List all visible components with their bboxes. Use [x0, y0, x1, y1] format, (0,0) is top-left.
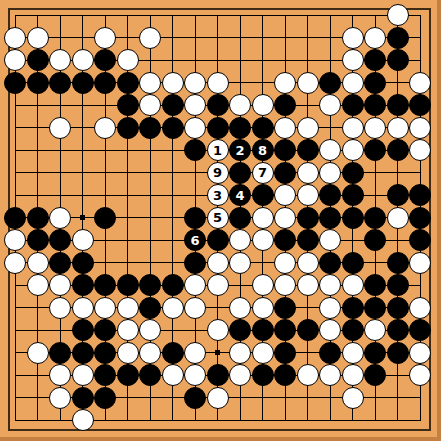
intersection[interactable]: [206, 26, 229, 49]
stone-white[interactable]: [297, 274, 319, 296]
stone-black[interactable]: [274, 364, 296, 386]
intersection[interactable]: [26, 409, 49, 432]
intersection[interactable]: [4, 319, 27, 342]
stone-black[interactable]: [364, 207, 386, 229]
intersection[interactable]: [296, 364, 319, 387]
intersection[interactable]: [319, 161, 342, 184]
intersection[interactable]: [49, 319, 72, 342]
stone-white[interactable]: [342, 364, 364, 386]
stone-black[interactable]: [274, 342, 296, 364]
intersection[interactable]: [364, 184, 387, 207]
intersection[interactable]: [161, 409, 184, 432]
intersection[interactable]: [139, 341, 162, 364]
intersection[interactable]: [26, 364, 49, 387]
stone-black[interactable]: [409, 229, 431, 251]
intersection[interactable]: [4, 229, 27, 252]
stone-white[interactable]: [319, 274, 341, 296]
intersection[interactable]: [296, 341, 319, 364]
intersection[interactable]: [139, 229, 162, 252]
intersection[interactable]: [251, 274, 274, 297]
stone-black[interactable]: [252, 184, 274, 206]
intersection[interactable]: [4, 4, 27, 27]
stone-black[interactable]: [387, 297, 409, 319]
intersection[interactable]: [94, 116, 117, 139]
stone-white[interactable]: [342, 342, 364, 364]
stone-white[interactable]: [139, 342, 161, 364]
intersection[interactable]: [94, 409, 117, 432]
move-2-stone-black[interactable]: 2: [229, 139, 251, 161]
intersection[interactable]: [341, 296, 364, 319]
intersection[interactable]: [161, 4, 184, 27]
intersection[interactable]: [49, 71, 72, 94]
intersection[interactable]: [206, 251, 229, 274]
stone-black[interactable]: [387, 342, 409, 364]
move-3-stone-white[interactable]: 3: [207, 184, 229, 206]
stone-white[interactable]: [409, 117, 431, 139]
intersection[interactable]: [386, 94, 409, 117]
intersection[interactable]: [229, 4, 252, 27]
intersection[interactable]: [409, 296, 432, 319]
stone-black[interactable]: [364, 49, 386, 71]
intersection[interactable]: [49, 341, 72, 364]
intersection[interactable]: [26, 71, 49, 94]
stone-black[interactable]: [162, 274, 184, 296]
stone-white[interactable]: [94, 27, 116, 49]
intersection[interactable]: [139, 364, 162, 387]
intersection[interactable]: [296, 4, 319, 27]
intersection[interactable]: [71, 296, 94, 319]
stone-black[interactable]: [319, 207, 341, 229]
intersection[interactable]: [71, 161, 94, 184]
intersection[interactable]: [274, 71, 297, 94]
stone-black[interactable]: [274, 94, 296, 116]
intersection[interactable]: [49, 116, 72, 139]
stone-black[interactable]: [387, 27, 409, 49]
intersection[interactable]: [206, 386, 229, 409]
stone-black[interactable]: [72, 72, 94, 94]
stone-black[interactable]: [319, 342, 341, 364]
stone-black[interactable]: [117, 94, 139, 116]
intersection[interactable]: 4: [229, 184, 252, 207]
intersection[interactable]: [184, 26, 207, 49]
intersection[interactable]: [4, 116, 27, 139]
intersection[interactable]: [364, 26, 387, 49]
stone-white[interactable]: [342, 274, 364, 296]
intersection[interactable]: [71, 274, 94, 297]
stone-white[interactable]: [319, 364, 341, 386]
stone-white[interactable]: [342, 72, 364, 94]
intersection[interactable]: [319, 49, 342, 72]
intersection[interactable]: [364, 409, 387, 432]
intersection[interactable]: [184, 206, 207, 229]
stone-white[interactable]: [49, 364, 71, 386]
stone-black[interactable]: [184, 387, 206, 409]
stone-black[interactable]: [229, 162, 251, 184]
move-7-stone-white[interactable]: 7: [252, 162, 274, 184]
intersection[interactable]: [296, 161, 319, 184]
stone-black[interactable]: [252, 117, 274, 139]
intersection[interactable]: [364, 296, 387, 319]
intersection[interactable]: [139, 386, 162, 409]
stone-white[interactable]: [409, 252, 431, 274]
intersection[interactable]: [71, 319, 94, 342]
stone-black[interactable]: [4, 72, 26, 94]
intersection[interactable]: [4, 71, 27, 94]
stone-black[interactable]: [409, 184, 431, 206]
intersection[interactable]: [319, 409, 342, 432]
stone-white[interactable]: [139, 319, 161, 341]
intersection[interactable]: [71, 364, 94, 387]
intersection[interactable]: [341, 71, 364, 94]
intersection[interactable]: [229, 229, 252, 252]
intersection[interactable]: [319, 4, 342, 27]
intersection[interactable]: [116, 296, 139, 319]
intersection[interactable]: [161, 161, 184, 184]
stone-black[interactable]: [274, 229, 296, 251]
intersection[interactable]: [409, 206, 432, 229]
stone-white[interactable]: [49, 274, 71, 296]
stone-white[interactable]: [364, 117, 386, 139]
intersection[interactable]: [26, 116, 49, 139]
intersection[interactable]: [206, 49, 229, 72]
intersection[interactable]: [206, 409, 229, 432]
intersection[interactable]: [341, 161, 364, 184]
intersection[interactable]: [364, 251, 387, 274]
intersection[interactable]: [364, 206, 387, 229]
intersection[interactable]: [229, 71, 252, 94]
stone-white[interactable]: [117, 297, 139, 319]
stone-black[interactable]: [184, 252, 206, 274]
stone-white[interactable]: [207, 387, 229, 409]
intersection[interactable]: 5: [206, 206, 229, 229]
intersection[interactable]: [49, 161, 72, 184]
intersection[interactable]: [161, 229, 184, 252]
intersection[interactable]: [139, 274, 162, 297]
intersection[interactable]: [409, 94, 432, 117]
intersection[interactable]: [274, 319, 297, 342]
stone-black[interactable]: [49, 72, 71, 94]
intersection[interactable]: [251, 364, 274, 387]
stone-white[interactable]: [319, 319, 341, 341]
stone-black[interactable]: [94, 274, 116, 296]
intersection[interactable]: [206, 296, 229, 319]
stone-black[interactable]: [409, 319, 431, 341]
intersection[interactable]: 1: [206, 139, 229, 162]
intersection[interactable]: [341, 251, 364, 274]
intersection[interactable]: [4, 161, 27, 184]
intersection[interactable]: [139, 161, 162, 184]
intersection[interactable]: [94, 161, 117, 184]
stone-white[interactable]: [229, 229, 251, 251]
stone-black[interactable]: [297, 319, 319, 341]
intersection[interactable]: [4, 274, 27, 297]
intersection[interactable]: [184, 274, 207, 297]
intersection[interactable]: [409, 4, 432, 27]
stone-white[interactable]: [49, 387, 71, 409]
intersection[interactable]: [386, 296, 409, 319]
stone-white[interactable]: [72, 297, 94, 319]
intersection[interactable]: [184, 409, 207, 432]
stone-white[interactable]: [342, 117, 364, 139]
intersection[interactable]: [49, 229, 72, 252]
stone-white[interactable]: [252, 342, 274, 364]
intersection[interactable]: [49, 4, 72, 27]
intersection[interactable]: [251, 409, 274, 432]
stone-black[interactable]: [274, 319, 296, 341]
stone-black[interactable]: [274, 297, 296, 319]
intersection[interactable]: [274, 296, 297, 319]
stone-white[interactable]: [319, 162, 341, 184]
stone-black[interactable]: [342, 94, 364, 116]
stone-black[interactable]: [342, 252, 364, 274]
stone-white[interactable]: [274, 117, 296, 139]
intersection[interactable]: [4, 341, 27, 364]
stone-white[interactable]: [274, 72, 296, 94]
stone-black[interactable]: [229, 207, 251, 229]
intersection[interactable]: [274, 364, 297, 387]
intersection[interactable]: [161, 364, 184, 387]
intersection[interactable]: [184, 319, 207, 342]
intersection[interactable]: [274, 386, 297, 409]
intersection[interactable]: [364, 229, 387, 252]
stone-black[interactable]: [72, 387, 94, 409]
intersection[interactable]: [251, 386, 274, 409]
intersection[interactable]: [161, 251, 184, 274]
stone-white[interactable]: [409, 342, 431, 364]
intersection[interactable]: [341, 364, 364, 387]
intersection[interactable]: [116, 94, 139, 117]
intersection[interactable]: [409, 386, 432, 409]
intersection[interactable]: [386, 386, 409, 409]
intersection[interactable]: [386, 4, 409, 27]
intersection[interactable]: [94, 251, 117, 274]
intersection[interactable]: [26, 139, 49, 162]
intersection[interactable]: [251, 71, 274, 94]
intersection[interactable]: [161, 341, 184, 364]
stone-black[interactable]: [229, 117, 251, 139]
stone-black[interactable]: [162, 117, 184, 139]
intersection[interactable]: [161, 184, 184, 207]
intersection[interactable]: [26, 26, 49, 49]
stone-white[interactable]: [4, 49, 26, 71]
stone-white[interactable]: [139, 94, 161, 116]
intersection[interactable]: [229, 274, 252, 297]
stone-white[interactable]: [297, 72, 319, 94]
intersection[interactable]: [116, 116, 139, 139]
intersection[interactable]: [274, 94, 297, 117]
intersection[interactable]: [206, 341, 229, 364]
stone-black[interactable]: [319, 252, 341, 274]
intersection[interactable]: [341, 94, 364, 117]
intersection[interactable]: [251, 49, 274, 72]
stone-black[interactable]: [387, 94, 409, 116]
intersection[interactable]: [94, 206, 117, 229]
intersection[interactable]: [94, 229, 117, 252]
intersection[interactable]: [274, 274, 297, 297]
intersection[interactable]: [26, 4, 49, 27]
intersection[interactable]: [409, 116, 432, 139]
stone-black[interactable]: [319, 72, 341, 94]
intersection[interactable]: [26, 274, 49, 297]
intersection[interactable]: [49, 49, 72, 72]
stone-black[interactable]: [207, 229, 229, 251]
intersection[interactable]: [4, 94, 27, 117]
intersection[interactable]: [49, 274, 72, 297]
intersection[interactable]: [49, 184, 72, 207]
stone-black[interactable]: [274, 162, 296, 184]
intersection[interactable]: [71, 4, 94, 27]
intersection[interactable]: [184, 4, 207, 27]
stone-black[interactable]: [49, 252, 71, 274]
stone-black[interactable]: [364, 139, 386, 161]
intersection[interactable]: [161, 319, 184, 342]
intersection[interactable]: [71, 386, 94, 409]
stone-white[interactable]: [72, 229, 94, 251]
intersection[interactable]: [184, 296, 207, 319]
intersection[interactable]: [139, 184, 162, 207]
intersection[interactable]: [71, 139, 94, 162]
intersection[interactable]: [296, 386, 319, 409]
intersection[interactable]: [364, 364, 387, 387]
intersection[interactable]: [229, 49, 252, 72]
intersection[interactable]: [184, 251, 207, 274]
stone-black[interactable]: [139, 274, 161, 296]
intersection[interactable]: [341, 49, 364, 72]
intersection[interactable]: [409, 229, 432, 252]
intersection[interactable]: [229, 251, 252, 274]
intersection[interactable]: [364, 274, 387, 297]
intersection[interactable]: [296, 319, 319, 342]
stone-black[interactable]: [297, 229, 319, 251]
intersection[interactable]: [139, 94, 162, 117]
stone-black[interactable]: [319, 184, 341, 206]
intersection[interactable]: [116, 184, 139, 207]
stone-black[interactable]: [342, 184, 364, 206]
stone-white[interactable]: [342, 27, 364, 49]
stone-white[interactable]: [252, 229, 274, 251]
intersection[interactable]: [94, 319, 117, 342]
stone-white[interactable]: [297, 162, 319, 184]
stone-black[interactable]: [342, 162, 364, 184]
intersection[interactable]: [409, 341, 432, 364]
intersection[interactable]: [341, 116, 364, 139]
intersection[interactable]: [49, 251, 72, 274]
stone-white[interactable]: [229, 297, 251, 319]
intersection[interactable]: [161, 206, 184, 229]
intersection[interactable]: [409, 319, 432, 342]
intersection[interactable]: [296, 184, 319, 207]
stone-white[interactable]: [207, 274, 229, 296]
stone-white[interactable]: [49, 207, 71, 229]
stone-white[interactable]: [184, 94, 206, 116]
intersection[interactable]: [274, 341, 297, 364]
intersection[interactable]: [274, 206, 297, 229]
intersection[interactable]: [26, 94, 49, 117]
intersection[interactable]: [139, 26, 162, 49]
stone-white[interactable]: [162, 364, 184, 386]
intersection[interactable]: [319, 296, 342, 319]
intersection[interactable]: [184, 116, 207, 139]
stone-black[interactable]: [207, 117, 229, 139]
stone-white[interactable]: [49, 49, 71, 71]
intersection[interactable]: [4, 184, 27, 207]
intersection[interactable]: [296, 229, 319, 252]
stone-black[interactable]: [117, 117, 139, 139]
move-4-stone-black[interactable]: 4: [229, 184, 251, 206]
stone-white[interactable]: [364, 27, 386, 49]
intersection[interactable]: [71, 26, 94, 49]
stone-black[interactable]: [117, 364, 139, 386]
intersection[interactable]: [229, 386, 252, 409]
intersection[interactable]: [296, 206, 319, 229]
intersection[interactable]: [409, 409, 432, 432]
intersection[interactable]: [386, 274, 409, 297]
stone-black[interactable]: [252, 364, 274, 386]
intersection[interactable]: [386, 409, 409, 432]
intersection[interactable]: [341, 409, 364, 432]
intersection[interactable]: [26, 386, 49, 409]
stone-white[interactable]: [94, 297, 116, 319]
intersection[interactable]: [4, 364, 27, 387]
stone-white[interactable]: [27, 252, 49, 274]
intersection[interactable]: [251, 116, 274, 139]
intersection[interactable]: [229, 409, 252, 432]
move-6-stone-black[interactable]: 6: [184, 229, 206, 251]
intersection[interactable]: [4, 206, 27, 229]
stone-white[interactable]: [139, 72, 161, 94]
intersection[interactable]: [386, 26, 409, 49]
intersection[interactable]: [184, 161, 207, 184]
stone-white[interactable]: [342, 387, 364, 409]
intersection[interactable]: [184, 184, 207, 207]
stone-white[interactable]: [297, 364, 319, 386]
intersection[interactable]: [139, 139, 162, 162]
intersection[interactable]: [116, 319, 139, 342]
intersection[interactable]: [26, 49, 49, 72]
stone-white[interactable]: [229, 364, 251, 386]
intersection[interactable]: [94, 341, 117, 364]
intersection[interactable]: [49, 206, 72, 229]
stone-white[interactable]: [297, 117, 319, 139]
intersection[interactable]: [319, 274, 342, 297]
intersection[interactable]: [341, 319, 364, 342]
stone-white[interactable]: [27, 27, 49, 49]
stone-white[interactable]: [409, 297, 431, 319]
intersection[interactable]: [274, 409, 297, 432]
intersection[interactable]: [116, 251, 139, 274]
stone-white[interactable]: [117, 319, 139, 341]
intersection[interactable]: [341, 184, 364, 207]
intersection[interactable]: [4, 296, 27, 319]
intersection[interactable]: [206, 4, 229, 27]
stone-white[interactable]: [184, 297, 206, 319]
intersection[interactable]: [319, 94, 342, 117]
intersection[interactable]: [116, 206, 139, 229]
stone-white[interactable]: [72, 364, 94, 386]
intersection[interactable]: [116, 364, 139, 387]
intersection[interactable]: [274, 139, 297, 162]
stone-white[interactable]: [4, 27, 26, 49]
intersection[interactable]: [49, 386, 72, 409]
stone-black[interactable]: [94, 72, 116, 94]
stone-black[interactable]: [27, 207, 49, 229]
stone-black[interactable]: [72, 252, 94, 274]
stone-black[interactable]: [342, 319, 364, 341]
stone-black[interactable]: [94, 207, 116, 229]
stone-white[interactable]: [184, 72, 206, 94]
stone-black[interactable]: [139, 297, 161, 319]
intersection[interactable]: [116, 341, 139, 364]
